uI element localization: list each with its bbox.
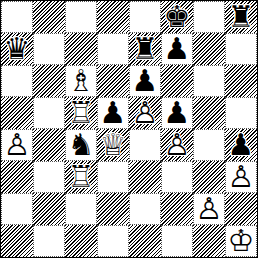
square-c3[interactable]: ♜♖ bbox=[65, 161, 97, 193]
square-b7[interactable] bbox=[33, 33, 65, 65]
square-e7[interactable]: ♜ bbox=[129, 33, 161, 65]
white-piece-fill-layer: ♟ bbox=[129, 97, 161, 129]
square-e8[interactable] bbox=[129, 1, 161, 33]
square-h2[interactable] bbox=[225, 193, 257, 225]
piece-black-pawn-h4[interactable]: ♟ bbox=[225, 129, 257, 161]
square-a1[interactable] bbox=[1, 225, 33, 257]
white-piece-outline-layer: ♙ bbox=[225, 161, 257, 193]
square-c1[interactable] bbox=[65, 225, 97, 257]
white-piece-outline-layer: ♔ bbox=[225, 225, 257, 257]
square-d3[interactable] bbox=[97, 161, 129, 193]
square-b3[interactable] bbox=[33, 161, 65, 193]
piece-white-pawn-g2[interactable]: ♟♙ bbox=[193, 193, 225, 225]
black-piece-glyph: ♞ bbox=[65, 129, 97, 161]
piece-black-king-f8[interactable]: ♚ bbox=[161, 1, 193, 33]
square-c8[interactable] bbox=[65, 1, 97, 33]
piece-black-rook-h8[interactable]: ♜ bbox=[225, 1, 257, 33]
square-c5[interactable]: ♜♖ bbox=[65, 97, 97, 129]
square-d5[interactable]: ♟ bbox=[97, 97, 129, 129]
square-e2[interactable] bbox=[129, 193, 161, 225]
black-piece-glyph: ♟ bbox=[161, 97, 193, 129]
square-h8[interactable]: ♜ bbox=[225, 1, 257, 33]
white-piece-outline-layer: ♖ bbox=[65, 97, 97, 129]
square-h4[interactable]: ♟ bbox=[225, 129, 257, 161]
square-e3[interactable] bbox=[129, 161, 161, 193]
piece-white-king-h1[interactable]: ♚♔ bbox=[225, 225, 257, 257]
square-f7[interactable]: ♟ bbox=[161, 33, 193, 65]
square-b2[interactable] bbox=[33, 193, 65, 225]
square-e4[interactable] bbox=[129, 129, 161, 161]
white-piece-fill-layer: ♟ bbox=[1, 129, 33, 161]
square-c7[interactable] bbox=[65, 33, 97, 65]
piece-black-pawn-e6[interactable]: ♟ bbox=[129, 65, 161, 97]
square-d7[interactable] bbox=[97, 33, 129, 65]
white-piece-outline-layer: ♖ bbox=[65, 161, 97, 193]
white-piece-outline-layer: ♙ bbox=[161, 129, 193, 161]
piece-black-pawn-f5[interactable]: ♟ bbox=[161, 97, 193, 129]
white-piece-fill-layer: ♟ bbox=[161, 129, 193, 161]
square-a8[interactable] bbox=[1, 1, 33, 33]
square-g1[interactable] bbox=[193, 225, 225, 257]
square-f4[interactable]: ♟♙ bbox=[161, 129, 193, 161]
square-c4[interactable]: ♞ bbox=[65, 129, 97, 161]
black-piece-glyph: ♜ bbox=[225, 1, 257, 33]
square-h5[interactable] bbox=[225, 97, 257, 129]
square-a5[interactable] bbox=[1, 97, 33, 129]
square-b8[interactable] bbox=[33, 1, 65, 33]
piece-white-pawn-h3[interactable]: ♟♙ bbox=[225, 161, 257, 193]
square-g2[interactable]: ♟♙ bbox=[193, 193, 225, 225]
square-g5[interactable] bbox=[193, 97, 225, 129]
square-a7[interactable]: ♛ bbox=[1, 33, 33, 65]
piece-black-queen-a7[interactable]: ♛ bbox=[1, 33, 33, 65]
white-piece-fill-layer: ♜ bbox=[65, 161, 97, 193]
piece-white-pawn-e5[interactable]: ♟♙ bbox=[129, 97, 161, 129]
piece-black-rook-e7[interactable]: ♜ bbox=[129, 33, 161, 65]
white-piece-outline-layer: ♗ bbox=[65, 65, 97, 97]
white-piece-outline-layer: ♕ bbox=[97, 129, 129, 161]
piece-black-pawn-d5[interactable]: ♟ bbox=[97, 97, 129, 129]
square-d2[interactable] bbox=[97, 193, 129, 225]
square-a6[interactable] bbox=[1, 65, 33, 97]
square-d4[interactable]: ♛♕ bbox=[97, 129, 129, 161]
square-b6[interactable] bbox=[33, 65, 65, 97]
square-h3[interactable]: ♟♙ bbox=[225, 161, 257, 193]
white-piece-fill-layer: ♛ bbox=[97, 129, 129, 161]
white-piece-fill-layer: ♚ bbox=[225, 225, 257, 257]
square-b5[interactable] bbox=[33, 97, 65, 129]
square-d6[interactable] bbox=[97, 65, 129, 97]
square-g4[interactable] bbox=[193, 129, 225, 161]
black-piece-glyph: ♟ bbox=[161, 33, 193, 65]
square-d1[interactable] bbox=[97, 225, 129, 257]
piece-black-knight-c4[interactable]: ♞ bbox=[65, 129, 97, 161]
square-f6[interactable] bbox=[161, 65, 193, 97]
square-b1[interactable] bbox=[33, 225, 65, 257]
piece-black-pawn-f7[interactable]: ♟ bbox=[161, 33, 193, 65]
piece-white-rook-c3[interactable]: ♜♖ bbox=[65, 161, 97, 193]
piece-white-pawn-a4[interactable]: ♟♙ bbox=[1, 129, 33, 161]
black-piece-glyph: ♜ bbox=[129, 33, 161, 65]
white-piece-fill-layer: ♟ bbox=[193, 193, 225, 225]
square-c2[interactable] bbox=[65, 193, 97, 225]
black-piece-glyph: ♟ bbox=[225, 129, 257, 161]
square-e6[interactable]: ♟ bbox=[129, 65, 161, 97]
square-a4[interactable]: ♟♙ bbox=[1, 129, 33, 161]
square-d8[interactable] bbox=[97, 1, 129, 33]
white-piece-fill-layer: ♜ bbox=[65, 97, 97, 129]
square-f3[interactable] bbox=[161, 161, 193, 193]
piece-white-rook-c5[interactable]: ♜♖ bbox=[65, 97, 97, 129]
square-h7[interactable] bbox=[225, 33, 257, 65]
square-h1[interactable]: ♚♔ bbox=[225, 225, 257, 257]
white-piece-fill-layer: ♝ bbox=[65, 65, 97, 97]
piece-white-queen-d4[interactable]: ♛♕ bbox=[97, 129, 129, 161]
square-g7[interactable] bbox=[193, 33, 225, 65]
chess-board: ♚♜♛♜♟♝♗♟♜♖♟♟♙♟♟♙♞♛♕♟♙♟♜♖♟♙♟♙♚♔ bbox=[0, 0, 258, 258]
square-a3[interactable] bbox=[1, 161, 33, 193]
square-f8[interactable]: ♚ bbox=[161, 1, 193, 33]
black-piece-glyph: ♟ bbox=[129, 65, 161, 97]
white-piece-outline-layer: ♙ bbox=[129, 97, 161, 129]
square-f5[interactable]: ♟ bbox=[161, 97, 193, 129]
square-a2[interactable] bbox=[1, 193, 33, 225]
square-b4[interactable] bbox=[33, 129, 65, 161]
square-c6[interactable]: ♝♗ bbox=[65, 65, 97, 97]
square-f2[interactable] bbox=[161, 193, 193, 225]
white-piece-outline-layer: ♙ bbox=[193, 193, 225, 225]
black-piece-glyph: ♚ bbox=[161, 1, 193, 33]
white-piece-fill-layer: ♟ bbox=[225, 161, 257, 193]
piece-white-pawn-f4[interactable]: ♟♙ bbox=[161, 129, 193, 161]
square-f1[interactable] bbox=[161, 225, 193, 257]
square-g6[interactable] bbox=[193, 65, 225, 97]
square-g8[interactable] bbox=[193, 1, 225, 33]
black-piece-glyph: ♛ bbox=[1, 33, 33, 65]
square-h6[interactable] bbox=[225, 65, 257, 97]
square-g3[interactable] bbox=[193, 161, 225, 193]
black-piece-glyph: ♟ bbox=[97, 97, 129, 129]
square-e1[interactable] bbox=[129, 225, 161, 257]
piece-white-bishop-c6[interactable]: ♝♗ bbox=[65, 65, 97, 97]
white-piece-outline-layer: ♙ bbox=[1, 129, 33, 161]
square-e5[interactable]: ♟♙ bbox=[129, 97, 161, 129]
